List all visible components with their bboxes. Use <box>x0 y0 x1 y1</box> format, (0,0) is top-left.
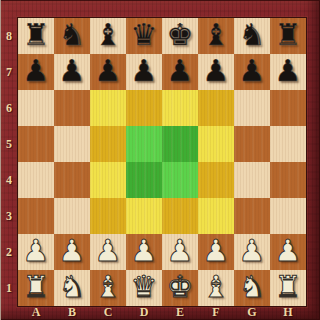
square-f4[interactable] <box>198 162 234 198</box>
square-f7[interactable]: ♟ <box>198 54 234 90</box>
square-c3[interactable] <box>90 198 126 234</box>
rank-label-4: 4 <box>0 162 18 198</box>
file-coordinates: ABCDEFGH <box>18 306 306 320</box>
file-label-f: F <box>198 306 234 320</box>
chess-board-frame: 87654321 ABCDEFGH ♜♞♝♛♚♝♞♜♟♟♟♟♟♟♟♟♟♟♟♟♟♟… <box>0 0 320 320</box>
square-b6[interactable] <box>54 90 90 126</box>
square-h4[interactable] <box>270 162 306 198</box>
square-b8[interactable]: ♞ <box>54 18 90 54</box>
square-e4[interactable] <box>162 162 198 198</box>
square-e3[interactable] <box>162 198 198 234</box>
square-e1[interactable]: ♚ <box>162 270 198 306</box>
square-c5[interactable] <box>90 126 126 162</box>
square-c2[interactable]: ♟ <box>90 234 126 270</box>
piece-black-pawn[interactable]: ♟ <box>167 53 194 89</box>
square-f2[interactable]: ♟ <box>198 234 234 270</box>
square-e5[interactable] <box>162 126 198 162</box>
piece-white-pawn[interactable]: ♟ <box>59 233 86 269</box>
piece-white-pawn[interactable]: ♟ <box>23 233 50 269</box>
rank-label-5: 5 <box>0 126 18 162</box>
square-f3[interactable] <box>198 198 234 234</box>
piece-black-bishop[interactable]: ♝ <box>203 17 230 53</box>
square-g6[interactable] <box>234 90 270 126</box>
piece-black-king[interactable]: ♚ <box>167 17 194 53</box>
piece-white-pawn[interactable]: ♟ <box>239 233 266 269</box>
piece-black-bishop[interactable]: ♝ <box>95 17 122 53</box>
square-f1[interactable]: ♝ <box>198 270 234 306</box>
piece-white-knight[interactable]: ♞ <box>239 269 266 305</box>
square-a5[interactable] <box>18 126 54 162</box>
square-f5[interactable] <box>198 126 234 162</box>
square-a7[interactable]: ♟ <box>18 54 54 90</box>
file-label-a: A <box>18 306 54 320</box>
square-c8[interactable]: ♝ <box>90 18 126 54</box>
square-a3[interactable] <box>18 198 54 234</box>
piece-black-queen[interactable]: ♛ <box>131 17 158 53</box>
square-h5[interactable] <box>270 126 306 162</box>
square-d2[interactable]: ♟ <box>126 234 162 270</box>
rank-label-8: 8 <box>0 18 18 54</box>
square-c7[interactable]: ♟ <box>90 54 126 90</box>
square-c6[interactable] <box>90 90 126 126</box>
square-a1[interactable]: ♜ <box>18 270 54 306</box>
piece-white-pawn[interactable]: ♟ <box>95 233 122 269</box>
piece-white-rook[interactable]: ♜ <box>23 269 50 305</box>
file-label-b: B <box>54 306 90 320</box>
square-b7[interactable]: ♟ <box>54 54 90 90</box>
square-e7[interactable]: ♟ <box>162 54 198 90</box>
square-b1[interactable]: ♞ <box>54 270 90 306</box>
rank-label-2: 2 <box>0 234 18 270</box>
piece-white-king[interactable]: ♚ <box>167 269 194 305</box>
square-b3[interactable] <box>54 198 90 234</box>
square-d5[interactable] <box>126 126 162 162</box>
square-g3[interactable] <box>234 198 270 234</box>
piece-white-queen[interactable]: ♛ <box>131 269 158 305</box>
square-g1[interactable]: ♞ <box>234 270 270 306</box>
square-e8[interactable]: ♚ <box>162 18 198 54</box>
square-b2[interactable]: ♟ <box>54 234 90 270</box>
piece-white-pawn[interactable]: ♟ <box>131 233 158 269</box>
piece-black-pawn[interactable]: ♟ <box>131 53 158 89</box>
file-label-e: E <box>162 306 198 320</box>
piece-black-pawn[interactable]: ♟ <box>239 53 266 89</box>
square-h3[interactable] <box>270 198 306 234</box>
piece-black-pawn[interactable]: ♟ <box>95 53 122 89</box>
piece-white-bishop[interactable]: ♝ <box>95 269 122 305</box>
square-a8[interactable]: ♜ <box>18 18 54 54</box>
board: ♜♞♝♛♚♝♞♜♟♟♟♟♟♟♟♟♟♟♟♟♟♟♟♟♜♞♝♛♚♝♞♜ <box>18 18 306 306</box>
file-label-d: D <box>126 306 162 320</box>
piece-white-pawn[interactable]: ♟ <box>275 233 302 269</box>
square-b5[interactable] <box>54 126 90 162</box>
piece-black-pawn[interactable]: ♟ <box>203 53 230 89</box>
square-f6[interactable] <box>198 90 234 126</box>
file-label-c: C <box>90 306 126 320</box>
square-e6[interactable] <box>162 90 198 126</box>
square-d6[interactable] <box>126 90 162 126</box>
square-g2[interactable]: ♟ <box>234 234 270 270</box>
square-g5[interactable] <box>234 126 270 162</box>
piece-black-pawn[interactable]: ♟ <box>59 53 86 89</box>
rank-label-6: 6 <box>0 90 18 126</box>
square-d4[interactable] <box>126 162 162 198</box>
piece-white-pawn[interactable]: ♟ <box>167 233 194 269</box>
piece-black-knight[interactable]: ♞ <box>59 17 86 53</box>
square-e2[interactable]: ♟ <box>162 234 198 270</box>
rank-label-7: 7 <box>0 54 18 90</box>
rank-label-1: 1 <box>0 270 18 306</box>
rank-coordinates: 87654321 <box>0 18 18 306</box>
square-h8[interactable]: ♜ <box>270 18 306 54</box>
square-h7[interactable]: ♟ <box>270 54 306 90</box>
square-d1[interactable]: ♛ <box>126 270 162 306</box>
piece-black-rook[interactable]: ♜ <box>275 17 302 53</box>
square-d8[interactable]: ♛ <box>126 18 162 54</box>
square-a2[interactable]: ♟ <box>18 234 54 270</box>
file-label-h: H <box>270 306 306 320</box>
piece-white-rook[interactable]: ♜ <box>275 269 302 305</box>
square-g4[interactable] <box>234 162 270 198</box>
piece-black-pawn[interactable]: ♟ <box>275 53 302 89</box>
square-h6[interactable] <box>270 90 306 126</box>
square-c4[interactable] <box>90 162 126 198</box>
piece-black-pawn[interactable]: ♟ <box>23 53 50 89</box>
square-h2[interactable]: ♟ <box>270 234 306 270</box>
square-d7[interactable]: ♟ <box>126 54 162 90</box>
square-c1[interactable]: ♝ <box>90 270 126 306</box>
piece-black-knight[interactable]: ♞ <box>239 17 266 53</box>
square-a4[interactable] <box>18 162 54 198</box>
rank-label-3: 3 <box>0 198 18 234</box>
square-d3[interactable] <box>126 198 162 234</box>
square-h1[interactable]: ♜ <box>270 270 306 306</box>
square-f8[interactable]: ♝ <box>198 18 234 54</box>
square-g8[interactable]: ♞ <box>234 18 270 54</box>
piece-white-pawn[interactable]: ♟ <box>203 233 230 269</box>
piece-white-bishop[interactable]: ♝ <box>203 269 230 305</box>
piece-white-knight[interactable]: ♞ <box>59 269 86 305</box>
piece-black-rook[interactable]: ♜ <box>23 17 50 53</box>
square-b4[interactable] <box>54 162 90 198</box>
square-g7[interactable]: ♟ <box>234 54 270 90</box>
square-a6[interactable] <box>18 90 54 126</box>
file-label-g: G <box>234 306 270 320</box>
